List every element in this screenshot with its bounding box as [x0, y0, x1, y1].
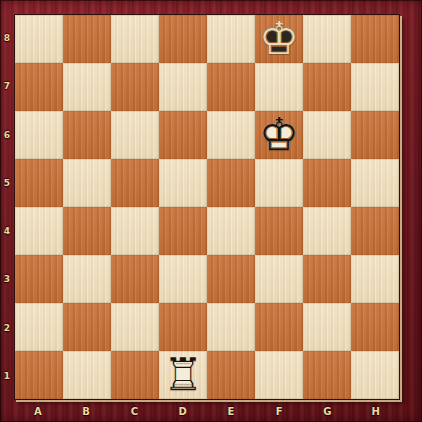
- chess-board: ♚♔♚♔♜♖: [14, 14, 400, 400]
- square-f3[interactable]: [255, 255, 303, 303]
- square-a7[interactable]: [15, 63, 63, 111]
- square-e4[interactable]: [207, 207, 255, 255]
- file-label-e: E: [207, 401, 255, 421]
- square-c5[interactable]: [111, 159, 159, 207]
- square-d5[interactable]: [159, 159, 207, 207]
- square-a4[interactable]: [15, 207, 63, 255]
- file-label-f: F: [255, 401, 303, 421]
- square-h1[interactable]: [351, 351, 399, 399]
- square-e7[interactable]: [207, 63, 255, 111]
- rank-label-2: 2: [0, 304, 14, 352]
- square-f4[interactable]: [255, 207, 303, 255]
- square-c3[interactable]: [111, 255, 159, 303]
- file-label-b: B: [62, 401, 110, 421]
- file-label-h: H: [352, 401, 400, 421]
- white-king-fill-glyph: ♚: [255, 110, 303, 158]
- piece-white-king[interactable]: ♚♔: [255, 111, 303, 159]
- square-a5[interactable]: [15, 159, 63, 207]
- square-c6[interactable]: [111, 111, 159, 159]
- rank-labels: 87654321: [0, 14, 14, 400]
- square-g6[interactable]: [303, 111, 351, 159]
- square-d8[interactable]: [159, 15, 207, 63]
- square-b1[interactable]: [63, 351, 111, 399]
- square-h4[interactable]: [351, 207, 399, 255]
- chess-board-frame: 87654321 ♚♔♚♔♜♖ ABCDEFGH: [0, 0, 422, 422]
- square-d6[interactable]: [159, 111, 207, 159]
- square-b6[interactable]: [63, 111, 111, 159]
- file-labels: ABCDEFGH: [14, 401, 400, 421]
- square-c4[interactable]: [111, 207, 159, 255]
- white-rook-fill-glyph: ♜: [159, 350, 207, 398]
- square-h8[interactable]: [351, 15, 399, 63]
- square-h7[interactable]: [351, 63, 399, 111]
- square-d4[interactable]: [159, 207, 207, 255]
- square-e1[interactable]: [207, 351, 255, 399]
- piece-black-king[interactable]: ♚♔: [255, 15, 303, 63]
- square-a6[interactable]: [15, 111, 63, 159]
- square-g1[interactable]: [303, 351, 351, 399]
- square-f6[interactable]: ♚♔: [255, 111, 303, 159]
- square-c8[interactable]: [111, 15, 159, 63]
- square-h5[interactable]: [351, 159, 399, 207]
- square-g2[interactable]: [303, 303, 351, 351]
- square-f5[interactable]: [255, 159, 303, 207]
- file-label-d: D: [159, 401, 207, 421]
- file-label-g: G: [304, 401, 352, 421]
- rank-label-3: 3: [0, 255, 14, 303]
- square-b7[interactable]: [63, 63, 111, 111]
- square-e3[interactable]: [207, 255, 255, 303]
- square-e5[interactable]: [207, 159, 255, 207]
- square-e2[interactable]: [207, 303, 255, 351]
- rank-label-1: 1: [0, 352, 14, 400]
- rank-label-5: 5: [0, 159, 14, 207]
- square-f1[interactable]: [255, 351, 303, 399]
- square-b4[interactable]: [63, 207, 111, 255]
- square-d1[interactable]: ♜♖: [159, 351, 207, 399]
- square-g7[interactable]: [303, 63, 351, 111]
- square-c7[interactable]: [111, 63, 159, 111]
- white-rook-outline-glyph: ♖: [159, 350, 207, 398]
- square-d2[interactable]: [159, 303, 207, 351]
- rank-label-7: 7: [0, 62, 14, 110]
- square-f2[interactable]: [255, 303, 303, 351]
- square-g5[interactable]: [303, 159, 351, 207]
- square-b3[interactable]: [63, 255, 111, 303]
- square-f8[interactable]: ♚♔: [255, 15, 303, 63]
- square-a8[interactable]: [15, 15, 63, 63]
- square-h2[interactable]: [351, 303, 399, 351]
- file-label-a: A: [14, 401, 62, 421]
- square-e8[interactable]: [207, 15, 255, 63]
- square-h3[interactable]: [351, 255, 399, 303]
- square-a3[interactable]: [15, 255, 63, 303]
- rank-label-6: 6: [0, 111, 14, 159]
- square-b5[interactable]: [63, 159, 111, 207]
- square-b8[interactable]: [63, 15, 111, 63]
- square-h6[interactable]: [351, 111, 399, 159]
- piece-white-rook[interactable]: ♜♖: [159, 351, 207, 399]
- square-d3[interactable]: [159, 255, 207, 303]
- black-king-outline-glyph: ♔: [255, 14, 303, 62]
- square-c2[interactable]: [111, 303, 159, 351]
- square-a2[interactable]: [15, 303, 63, 351]
- square-e6[interactable]: [207, 111, 255, 159]
- square-g4[interactable]: [303, 207, 351, 255]
- rank-label-8: 8: [0, 14, 14, 62]
- square-d7[interactable]: [159, 63, 207, 111]
- square-f7[interactable]: [255, 63, 303, 111]
- black-king-fill-glyph: ♚: [255, 14, 303, 62]
- square-c1[interactable]: [111, 351, 159, 399]
- square-g8[interactable]: [303, 15, 351, 63]
- rank-label-4: 4: [0, 207, 14, 255]
- square-b2[interactable]: [63, 303, 111, 351]
- square-g3[interactable]: [303, 255, 351, 303]
- file-label-c: C: [111, 401, 159, 421]
- white-king-outline-glyph: ♔: [255, 110, 303, 158]
- square-a1[interactable]: [15, 351, 63, 399]
